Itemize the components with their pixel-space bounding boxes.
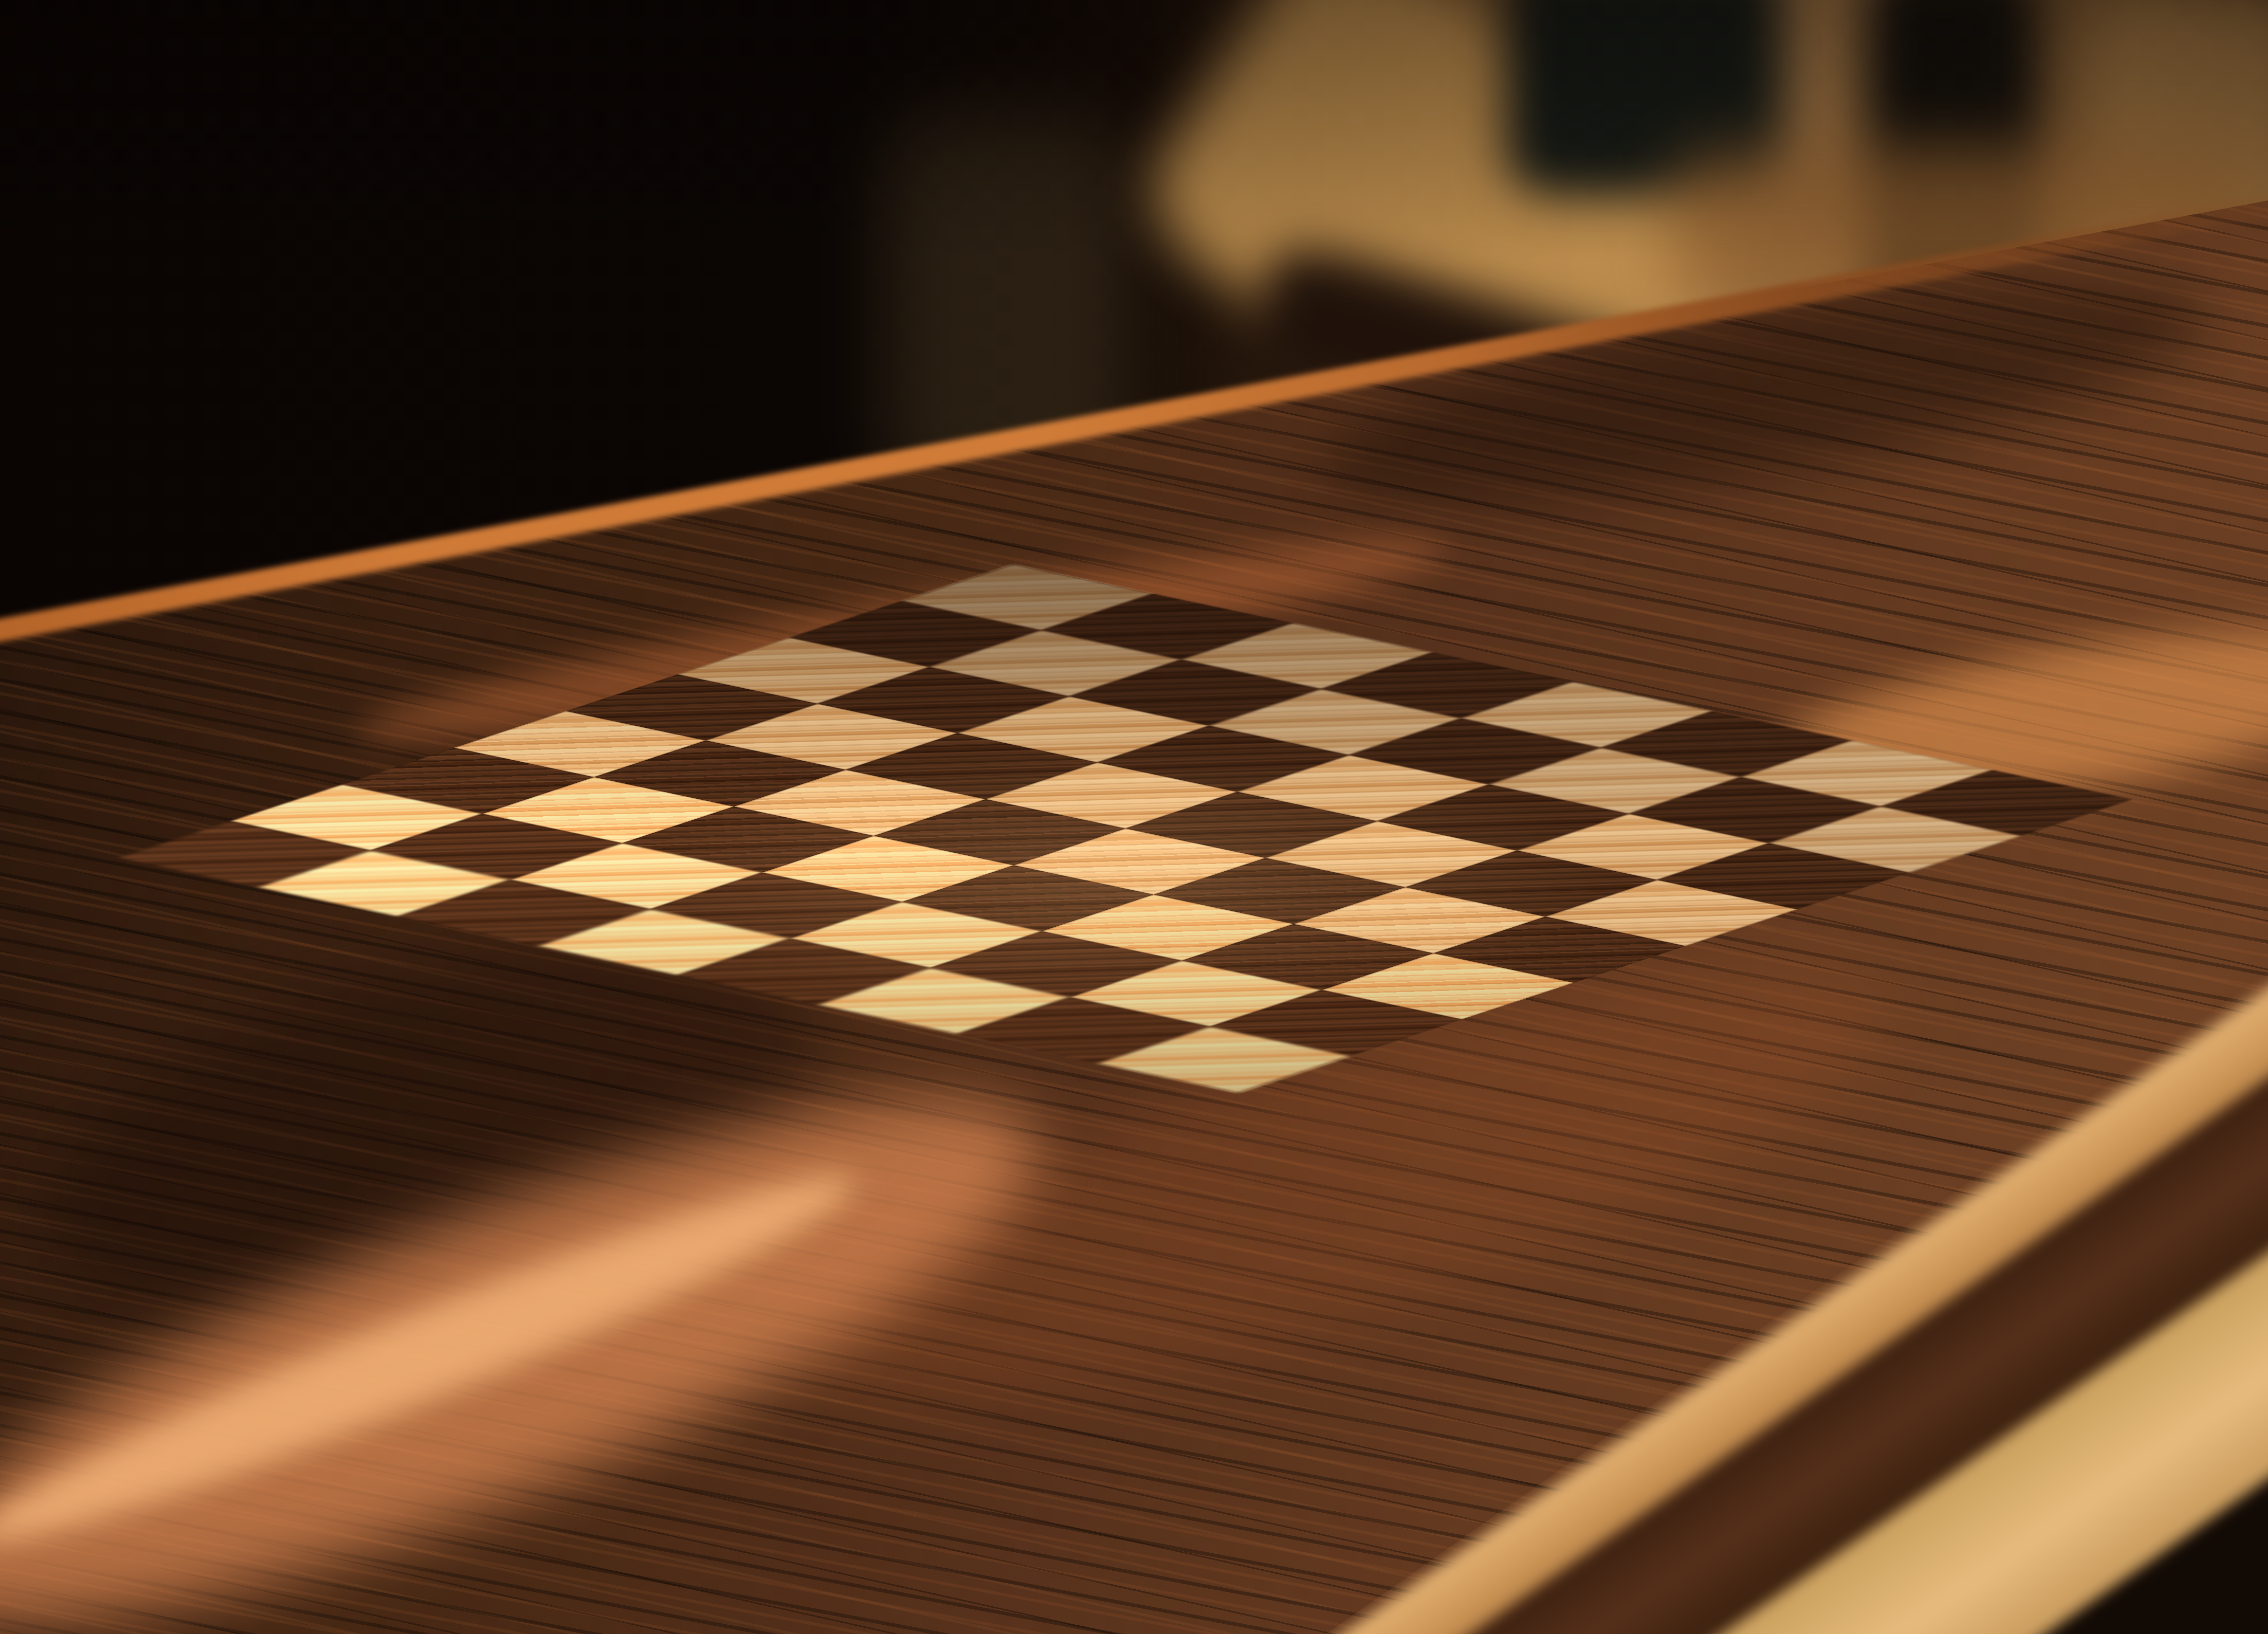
scene xyxy=(0,0,2268,1634)
